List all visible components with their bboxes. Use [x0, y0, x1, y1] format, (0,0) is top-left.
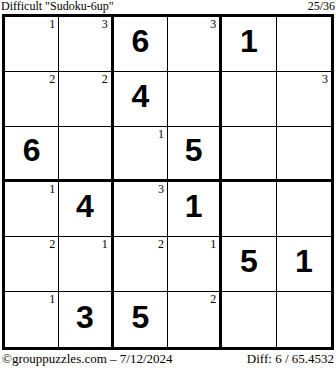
cell-r5c2[interactable]: 1	[59, 237, 113, 292]
cell-r5c3[interactable]: 2	[114, 237, 168, 292]
given-value: 4	[114, 72, 167, 126]
given-value: 5	[222, 237, 275, 291]
pencil-mark: 3	[210, 17, 216, 31]
cell-r1c3: 6	[114, 17, 168, 72]
cell-r1c6[interactable]	[277, 17, 331, 72]
page-title: Difficult "Sudoku-6up"	[1, 0, 114, 13]
cell-r3c6[interactable]	[277, 127, 331, 182]
given-value: 6	[5, 127, 58, 179]
cell-r6c6[interactable]	[277, 292, 331, 347]
cell-r2c2[interactable]: 2	[59, 72, 113, 127]
pencil-mark: 1	[49, 292, 55, 306]
cell-r3c3[interactable]: 1	[114, 127, 168, 182]
cell-r3c4: 5	[168, 127, 222, 182]
cell-r6c3: 5	[114, 292, 168, 347]
pencil-mark: 2	[102, 72, 108, 86]
sudoku-grid: 13631224361514312121511352	[5, 17, 331, 347]
cell-r2c1[interactable]: 2	[5, 72, 59, 127]
cell-r5c6: 1	[277, 237, 331, 292]
cell-r5c4[interactable]: 1	[168, 237, 222, 292]
given-value: 3	[59, 292, 110, 347]
cell-r3c1: 6	[5, 127, 59, 182]
pencil-mark: 1	[158, 127, 164, 141]
cell-r4c3[interactable]: 3	[114, 182, 168, 237]
given-value: 1	[168, 182, 219, 236]
difficulty-rating: Diff: 6 / 65.4532	[247, 351, 334, 366]
pencil-mark: 3	[102, 17, 108, 31]
cell-r6c2: 3	[59, 292, 113, 347]
given-value: 1	[277, 237, 331, 291]
given-value: 6	[114, 17, 167, 71]
pencil-mark: 2	[49, 72, 55, 86]
pencil-mark: 3	[322, 72, 328, 86]
pencil-mark: 2	[49, 237, 55, 251]
sudoku-board: 13631224361514312121511352	[2, 14, 334, 350]
cell-r1c5: 1	[222, 17, 276, 72]
pencil-mark: 1	[49, 17, 55, 31]
cell-r6c5[interactable]	[222, 292, 276, 347]
cell-r6c4[interactable]: 2	[168, 292, 222, 347]
pencil-mark: 2	[210, 292, 216, 306]
cell-r2c6[interactable]: 3	[277, 72, 331, 127]
page-number: 25/36	[308, 0, 335, 13]
copyright-date: ©grouppuzzles.com – 7/12/2024	[2, 351, 173, 366]
pencil-mark: 1	[49, 182, 55, 196]
cell-r2c3: 4	[114, 72, 168, 127]
pencil-mark: 1	[210, 237, 216, 251]
cell-r6c1[interactable]: 1	[5, 292, 59, 347]
cell-r5c5: 5	[222, 237, 276, 292]
cell-r4c5[interactable]	[222, 182, 276, 237]
header: Difficult "Sudoku-6up" 25/36	[1, 0, 335, 13]
cell-r4c2: 4	[59, 182, 113, 237]
pencil-mark: 1	[102, 237, 108, 251]
given-value: 5	[168, 127, 219, 179]
pencil-mark: 2	[158, 237, 164, 251]
cell-r4c6[interactable]	[277, 182, 331, 237]
cell-r3c5[interactable]	[222, 127, 276, 182]
cell-r1c1[interactable]: 1	[5, 17, 59, 72]
cell-r3c2[interactable]	[59, 127, 113, 182]
given-value: 5	[114, 292, 167, 347]
cell-r5c1[interactable]: 2	[5, 237, 59, 292]
puzzle-page: Difficult "Sudoku-6up" 25/36 13631224361…	[0, 0, 336, 370]
cell-r2c4[interactable]	[168, 72, 222, 127]
footer: ©grouppuzzles.com – 7/12/2024 Diff: 6 / …	[2, 351, 334, 368]
given-value: 4	[59, 182, 110, 236]
pencil-mark: 3	[158, 182, 164, 196]
cell-r1c4[interactable]: 3	[168, 17, 222, 72]
cell-r4c1[interactable]: 1	[5, 182, 59, 237]
cell-r2c5[interactable]	[222, 72, 276, 127]
given-value: 1	[222, 17, 275, 71]
cell-r1c2[interactable]: 3	[59, 17, 113, 72]
cell-r4c4: 1	[168, 182, 222, 237]
